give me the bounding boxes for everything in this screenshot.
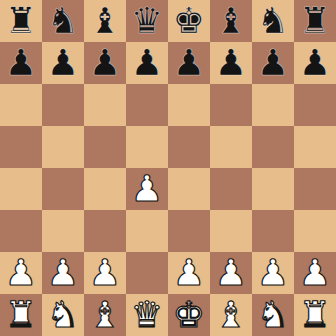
square-c4[interactable] bbox=[84, 168, 126, 210]
white-knight-piece[interactable]: ♞ bbox=[47, 294, 79, 336]
square-h4[interactable] bbox=[294, 168, 336, 210]
square-f4[interactable] bbox=[210, 168, 252, 210]
square-d6[interactable] bbox=[126, 84, 168, 126]
square-g7[interactable]: ♟ bbox=[252, 42, 294, 84]
square-h2[interactable]: ♟ bbox=[294, 252, 336, 294]
square-c2[interactable]: ♟ bbox=[84, 252, 126, 294]
square-d3[interactable] bbox=[126, 210, 168, 252]
square-a3[interactable] bbox=[0, 210, 42, 252]
square-d5[interactable] bbox=[126, 126, 168, 168]
square-e2[interactable]: ♟ bbox=[168, 252, 210, 294]
square-d4[interactable]: ♟ bbox=[126, 168, 168, 210]
square-c7[interactable]: ♟ bbox=[84, 42, 126, 84]
square-f8[interactable]: ♝ bbox=[210, 0, 252, 42]
square-b4[interactable] bbox=[42, 168, 84, 210]
black-rook-piece[interactable]: ♜ bbox=[5, 0, 37, 42]
white-queen-piece[interactable]: ♛ bbox=[131, 294, 163, 336]
square-f5[interactable] bbox=[210, 126, 252, 168]
square-e4[interactable] bbox=[168, 168, 210, 210]
square-a8[interactable]: ♜ bbox=[0, 0, 42, 42]
square-h8[interactable]: ♜ bbox=[294, 0, 336, 42]
square-b8[interactable]: ♞ bbox=[42, 0, 84, 42]
black-bishop-piece[interactable]: ♝ bbox=[89, 0, 121, 42]
square-h7[interactable]: ♟ bbox=[294, 42, 336, 84]
square-c6[interactable] bbox=[84, 84, 126, 126]
square-a6[interactable] bbox=[0, 84, 42, 126]
square-f3[interactable] bbox=[210, 210, 252, 252]
black-pawn-piece[interactable]: ♟ bbox=[215, 42, 247, 84]
black-pawn-piece[interactable]: ♟ bbox=[131, 42, 163, 84]
black-pawn-piece[interactable]: ♟ bbox=[89, 42, 121, 84]
square-c1[interactable]: ♝ bbox=[84, 294, 126, 336]
square-g4[interactable] bbox=[252, 168, 294, 210]
square-e1[interactable]: ♚ bbox=[168, 294, 210, 336]
square-e8[interactable]: ♚ bbox=[168, 0, 210, 42]
square-g6[interactable] bbox=[252, 84, 294, 126]
square-a5[interactable] bbox=[0, 126, 42, 168]
square-h6[interactable] bbox=[294, 84, 336, 126]
square-c8[interactable]: ♝ bbox=[84, 0, 126, 42]
black-bishop-piece[interactable]: ♝ bbox=[215, 0, 247, 42]
square-e5[interactable] bbox=[168, 126, 210, 168]
square-f6[interactable] bbox=[210, 84, 252, 126]
black-knight-piece[interactable]: ♞ bbox=[47, 0, 79, 42]
square-e3[interactable] bbox=[168, 210, 210, 252]
square-e6[interactable] bbox=[168, 84, 210, 126]
square-h3[interactable] bbox=[294, 210, 336, 252]
white-rook-piece[interactable]: ♜ bbox=[299, 294, 331, 336]
square-f2[interactable]: ♟ bbox=[210, 252, 252, 294]
square-a1[interactable]: ♜ bbox=[0, 294, 42, 336]
black-pawn-piece[interactable]: ♟ bbox=[257, 42, 289, 84]
square-e7[interactable]: ♟ bbox=[168, 42, 210, 84]
square-d1[interactable]: ♛ bbox=[126, 294, 168, 336]
white-pawn-piece[interactable]: ♟ bbox=[131, 168, 163, 210]
black-pawn-piece[interactable]: ♟ bbox=[173, 42, 205, 84]
square-b7[interactable]: ♟ bbox=[42, 42, 84, 84]
square-f7[interactable]: ♟ bbox=[210, 42, 252, 84]
square-a7[interactable]: ♟ bbox=[0, 42, 42, 84]
black-queen-piece[interactable]: ♛ bbox=[131, 0, 163, 42]
white-pawn-piece[interactable]: ♟ bbox=[47, 252, 79, 294]
chess-board: ♜♞♝♛♚♝♞♜♟♟♟♟♟♟♟♟♟♟♟♟♟♟♟♟♜♞♝♛♚♝♞♜ bbox=[0, 0, 336, 336]
black-pawn-piece[interactable]: ♟ bbox=[299, 42, 331, 84]
white-pawn-piece[interactable]: ♟ bbox=[89, 252, 121, 294]
white-pawn-piece[interactable]: ♟ bbox=[257, 252, 289, 294]
square-h1[interactable]: ♜ bbox=[294, 294, 336, 336]
square-c5[interactable] bbox=[84, 126, 126, 168]
square-d8[interactable]: ♛ bbox=[126, 0, 168, 42]
white-pawn-piece[interactable]: ♟ bbox=[215, 252, 247, 294]
black-knight-piece[interactable]: ♞ bbox=[257, 0, 289, 42]
square-a4[interactable] bbox=[0, 168, 42, 210]
square-g2[interactable]: ♟ bbox=[252, 252, 294, 294]
white-pawn-piece[interactable]: ♟ bbox=[173, 252, 205, 294]
square-b1[interactable]: ♞ bbox=[42, 294, 84, 336]
white-pawn-piece[interactable]: ♟ bbox=[299, 252, 331, 294]
white-king-piece[interactable]: ♚ bbox=[173, 294, 205, 336]
square-c3[interactable] bbox=[84, 210, 126, 252]
square-g1[interactable]: ♞ bbox=[252, 294, 294, 336]
square-a2[interactable]: ♟ bbox=[0, 252, 42, 294]
square-g3[interactable] bbox=[252, 210, 294, 252]
black-pawn-piece[interactable]: ♟ bbox=[47, 42, 79, 84]
white-bishop-piece[interactable]: ♝ bbox=[89, 294, 121, 336]
square-d2[interactable] bbox=[126, 252, 168, 294]
square-b3[interactable] bbox=[42, 210, 84, 252]
square-d7[interactable]: ♟ bbox=[126, 42, 168, 84]
square-g8[interactable]: ♞ bbox=[252, 0, 294, 42]
square-b2[interactable]: ♟ bbox=[42, 252, 84, 294]
square-b6[interactable] bbox=[42, 84, 84, 126]
square-f1[interactable]: ♝ bbox=[210, 294, 252, 336]
black-pawn-piece[interactable]: ♟ bbox=[5, 42, 37, 84]
white-pawn-piece[interactable]: ♟ bbox=[5, 252, 37, 294]
square-h5[interactable] bbox=[294, 126, 336, 168]
white-bishop-piece[interactable]: ♝ bbox=[215, 294, 247, 336]
black-rook-piece[interactable]: ♜ bbox=[299, 0, 331, 42]
white-knight-piece[interactable]: ♞ bbox=[257, 294, 289, 336]
square-g5[interactable] bbox=[252, 126, 294, 168]
black-king-piece[interactable]: ♚ bbox=[173, 0, 205, 42]
white-rook-piece[interactable]: ♜ bbox=[5, 294, 37, 336]
square-b5[interactable] bbox=[42, 126, 84, 168]
